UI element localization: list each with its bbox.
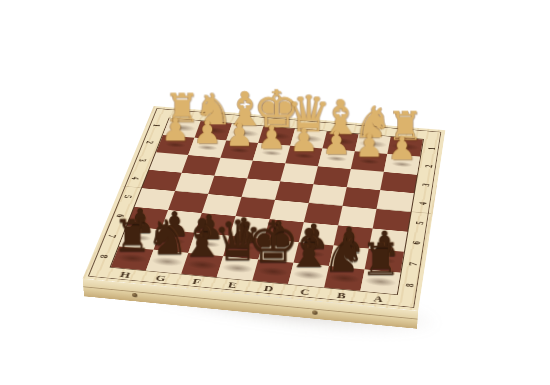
square-e3 xyxy=(247,161,285,182)
square-c3 xyxy=(313,166,350,187)
scene-viewport: ♜♞♝♚♛♝♞♜♟♟♟♟♟♟♟♟♟♟♟♟♟♟♟♟♜♞♝♛♚♝♞♜ HGFEDCB… xyxy=(0,0,550,385)
chess-board: ♜♞♝♚♛♝♞♜♟♟♟♟♟♟♟♟♟♟♟♟♟♟♟♟♜♞♝♛♚♝♞♜ HGFEDCB… xyxy=(83,106,446,311)
piece-black-rook: ♜ xyxy=(338,237,423,282)
screw-icon xyxy=(132,293,137,298)
screw-icon xyxy=(312,310,317,315)
photo-canvas: ♜♞♝♚♛♝♞♜♟♟♟♟♟♟♟♟♟♟♟♟♟♟♟♟♜♞♝♛♚♝♞♜ HGFEDCB… xyxy=(0,0,550,385)
square-b3 xyxy=(347,169,384,190)
square-d3 xyxy=(280,163,318,184)
